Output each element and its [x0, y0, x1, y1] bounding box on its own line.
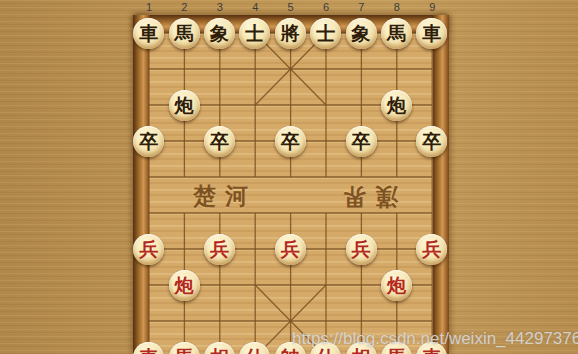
piece-black-soldier[interactable]: 卒: [416, 126, 447, 157]
piece-black-chariot[interactable]: 車: [416, 18, 447, 49]
column-label-3: 3: [209, 1, 231, 13]
piece-black-elephant[interactable]: 象: [346, 18, 377, 49]
piece-red-cannon[interactable]: 炮: [381, 270, 412, 301]
xiangqi-board-screen: 楚河 漢界 123456789 車馬象士將士象馬車炮炮卒卒卒卒卒兵兵兵兵兵炮炮車…: [0, 0, 578, 354]
piece-glyph: 兵: [422, 234, 441, 265]
piece-glyph: 車: [139, 342, 158, 354]
piece-glyph: 卒: [210, 126, 229, 157]
pieces-grid: 車馬象士將士象馬車炮炮卒卒卒卒卒兵兵兵兵兵炮炮車馬相仕帥仕相馬車: [131, 15, 450, 354]
column-label-9: 9: [421, 1, 443, 13]
piece-red-soldier[interactable]: 兵: [275, 234, 306, 265]
piece-glyph: 炮: [387, 90, 406, 121]
column-label-1: 1: [138, 1, 160, 13]
piece-glyph: 兵: [210, 234, 229, 265]
piece-red-chariot[interactable]: 車: [133, 342, 164, 354]
piece-black-soldier[interactable]: 卒: [204, 126, 235, 157]
piece-glyph: 馬: [387, 18, 406, 49]
piece-glyph: 卒: [139, 126, 158, 157]
piece-black-cannon[interactable]: 炮: [169, 90, 200, 121]
piece-glyph: 將: [281, 18, 300, 49]
piece-red-horse[interactable]: 馬: [169, 342, 200, 354]
piece-black-chariot[interactable]: 車: [133, 18, 164, 49]
piece-glyph: 兵: [281, 234, 300, 265]
piece-glyph: 卒: [352, 126, 371, 157]
piece-black-general[interactable]: 將: [275, 18, 306, 49]
piece-red-advisor[interactable]: 仕: [239, 342, 270, 354]
piece-glyph: 炮: [387, 270, 406, 301]
piece-black-advisor[interactable]: 士: [239, 18, 270, 49]
piece-glyph: 車: [139, 18, 158, 49]
column-label-7: 7: [350, 1, 372, 13]
column-label-6: 6: [315, 1, 337, 13]
watermark: https://blog.csdn.net/weixin_44297376: [292, 329, 578, 349]
piece-glyph: 仕: [245, 342, 264, 354]
piece-glyph: 象: [352, 18, 371, 49]
piece-glyph: 卒: [422, 126, 441, 157]
piece-glyph: 士: [316, 18, 335, 49]
piece-glyph: 士: [245, 18, 264, 49]
piece-red-soldier[interactable]: 兵: [204, 234, 235, 265]
piece-black-soldier[interactable]: 卒: [133, 126, 164, 157]
piece-glyph: 相: [210, 342, 229, 354]
piece-glyph: 炮: [175, 270, 194, 301]
column-label-2: 2: [173, 1, 195, 13]
column-label-8: 8: [386, 1, 408, 13]
piece-red-elephant[interactable]: 相: [204, 342, 235, 354]
piece-glyph: 兵: [352, 234, 371, 265]
piece-glyph: 馬: [175, 18, 194, 49]
piece-red-soldier[interactable]: 兵: [133, 234, 164, 265]
column-label-5: 5: [280, 1, 302, 13]
piece-glyph: 車: [422, 18, 441, 49]
piece-black-elephant[interactable]: 象: [204, 18, 235, 49]
piece-glyph: 卒: [281, 126, 300, 157]
piece-glyph: 馬: [175, 342, 194, 354]
piece-black-soldier[interactable]: 卒: [346, 126, 377, 157]
piece-black-soldier[interactable]: 卒: [275, 126, 306, 157]
piece-black-horse[interactable]: 馬: [169, 18, 200, 49]
column-label-4: 4: [244, 1, 266, 13]
piece-red-cannon[interactable]: 炮: [169, 270, 200, 301]
piece-black-advisor[interactable]: 士: [310, 18, 341, 49]
piece-glyph: 炮: [175, 90, 194, 121]
piece-red-soldier[interactable]: 兵: [416, 234, 447, 265]
piece-glyph: 兵: [139, 234, 158, 265]
piece-black-horse[interactable]: 馬: [381, 18, 412, 49]
piece-glyph: 象: [210, 18, 229, 49]
piece-red-soldier[interactable]: 兵: [346, 234, 377, 265]
piece-black-cannon[interactable]: 炮: [381, 90, 412, 121]
